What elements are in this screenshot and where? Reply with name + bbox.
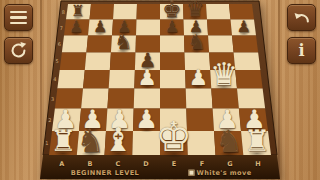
square-a4[interactable] bbox=[57, 70, 84, 89]
white-pawn-d2[interactable]: ♟ bbox=[135, 106, 158, 131]
black-pawn-a7[interactable]: ♟ bbox=[69, 19, 83, 35]
square-h4[interactable] bbox=[235, 70, 262, 89]
menu-button[interactable] bbox=[4, 4, 33, 31]
rank-label-2: 2 bbox=[48, 117, 51, 122]
square-e3[interactable] bbox=[160, 89, 186, 109]
file-label-F: F bbox=[200, 160, 205, 167]
square-a6[interactable] bbox=[62, 36, 88, 53]
square-a5[interactable] bbox=[60, 53, 87, 71]
square-b4[interactable] bbox=[83, 70, 110, 89]
white-knight-b1[interactable]: ♞ bbox=[77, 125, 105, 156]
undo-button[interactable] bbox=[287, 4, 316, 31]
rank-label-6: 6 bbox=[58, 42, 61, 47]
rank-label-4: 4 bbox=[53, 77, 56, 82]
black-knight-f6[interactable]: ♞ bbox=[188, 32, 206, 52]
chess-app-screen: ABCDEFGH87654321 ♜♚♛♟♟♟♟♟♟♞♞♟♟♟♛♟♟♟♟♟♟♜♞… bbox=[0, 0, 320, 180]
white-king-e1[interactable]: ♚ bbox=[156, 116, 193, 157]
black-pawn-e7[interactable]: ♟ bbox=[165, 19, 179, 35]
file-label-G: G bbox=[227, 160, 233, 167]
square-e4[interactable] bbox=[160, 70, 186, 89]
new-game-button[interactable] bbox=[4, 37, 33, 64]
info-button[interactable]: i bbox=[287, 37, 316, 64]
square-e6[interactable] bbox=[160, 36, 185, 53]
square-f3[interactable] bbox=[186, 89, 213, 109]
square-d7[interactable] bbox=[136, 20, 160, 36]
hamburger-icon bbox=[10, 11, 27, 25]
black-pawn-h7[interactable]: ♟ bbox=[237, 19, 251, 35]
undo-arrow-icon bbox=[292, 8, 311, 27]
square-g7[interactable] bbox=[207, 20, 232, 36]
rank-label-5: 5 bbox=[56, 59, 59, 64]
square-b5[interactable] bbox=[85, 53, 111, 71]
white-queen-g4[interactable]: ♛ bbox=[210, 59, 238, 90]
turn-label: White's move bbox=[188, 170, 251, 177]
file-label-D: D bbox=[143, 160, 149, 167]
white-bishop-c1[interactable]: ♝ bbox=[104, 124, 133, 157]
square-e5[interactable] bbox=[160, 53, 185, 71]
file-label-B: B bbox=[87, 160, 92, 167]
rank-label-7: 7 bbox=[60, 25, 63, 30]
black-pawn-b7[interactable]: ♟ bbox=[93, 19, 107, 35]
turn-indicator-icon bbox=[188, 170, 194, 176]
white-pawn-d4[interactable]: ♟ bbox=[138, 67, 157, 89]
square-b6[interactable] bbox=[86, 36, 112, 53]
square-c4[interactable] bbox=[109, 70, 135, 89]
square-c5[interactable] bbox=[110, 53, 136, 71]
white-pawn-f4[interactable]: ♟ bbox=[189, 67, 208, 89]
square-h6[interactable] bbox=[232, 36, 258, 53]
file-label-E: E bbox=[172, 160, 177, 167]
black-knight-c6[interactable]: ♞ bbox=[114, 32, 132, 52]
turn-text: White's move bbox=[196, 169, 251, 177]
file-label-H: H bbox=[255, 160, 261, 167]
info-icon: i bbox=[298, 43, 304, 59]
file-label-A: A bbox=[59, 160, 64, 167]
white-knight-g1[interactable]: ♞ bbox=[215, 125, 243, 156]
square-d8[interactable] bbox=[137, 4, 161, 20]
rank-label-8: 8 bbox=[62, 9, 65, 14]
rank-label-3: 3 bbox=[51, 96, 54, 101]
square-g8[interactable] bbox=[206, 4, 231, 20]
file-label-C: C bbox=[115, 160, 120, 167]
white-rook-h1[interactable]: ♜ bbox=[244, 127, 270, 156]
square-g6[interactable] bbox=[208, 36, 234, 53]
level-label: BEGINNER LEVEL bbox=[71, 170, 139, 177]
rank-label-1: 1 bbox=[45, 141, 48, 146]
white-rook-a1[interactable]: ♜ bbox=[50, 127, 76, 156]
circular-arrows-icon bbox=[9, 41, 28, 60]
